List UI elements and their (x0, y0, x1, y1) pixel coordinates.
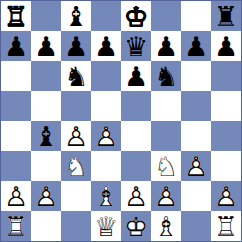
square-b7[interactable]: ♟ (31, 31, 61, 61)
square-a5[interactable] (1, 91, 31, 121)
square-d5[interactable] (91, 91, 121, 121)
piece-black-knight[interactable]: ♞ (151, 61, 181, 91)
square-f8[interactable] (151, 1, 181, 31)
square-c2[interactable] (61, 181, 91, 211)
square-b4[interactable]: ♝ (31, 121, 61, 151)
piece-glyph: ♟ (184, 33, 208, 60)
square-a7[interactable]: ♟ (1, 31, 31, 61)
piece-white-pawn[interactable]: ♟♙ (91, 121, 121, 151)
piece-outline-layer: ♙ (34, 183, 58, 210)
square-c4[interactable]: ♟♙ (61, 121, 91, 151)
square-a3[interactable] (1, 151, 31, 181)
square-f6[interactable]: ♞ (151, 61, 181, 91)
piece-outline-layer: ♘ (64, 153, 88, 180)
square-e8[interactable]: ♚♔ (121, 1, 151, 31)
piece-outline-layer: ♖ (4, 213, 28, 240)
square-g2[interactable] (181, 181, 211, 211)
square-f7[interactable]: ♟ (151, 31, 181, 61)
piece-outline-layer: ♙ (124, 183, 148, 210)
square-b8[interactable] (31, 1, 61, 31)
piece-white-bishop[interactable]: ♝♗ (151, 211, 181, 241)
square-b6[interactable] (31, 61, 61, 91)
piece-outline-layer: ♔ (124, 3, 148, 30)
square-f2[interactable]: ♟♙ (151, 181, 181, 211)
square-c8[interactable]: ♝ (61, 1, 91, 31)
piece-white-pawn[interactable]: ♟♙ (31, 181, 61, 211)
square-h6[interactable] (211, 61, 241, 91)
square-a6[interactable] (1, 61, 31, 91)
piece-white-pawn[interactable]: ♟♙ (151, 181, 181, 211)
piece-white-bishop[interactable]: ♝♗ (91, 181, 121, 211)
square-e5[interactable] (121, 91, 151, 121)
square-e7[interactable]: ♛ (121, 31, 151, 61)
square-g6[interactable] (181, 61, 211, 91)
square-h5[interactable] (211, 91, 241, 121)
piece-black-pawn[interactable]: ♟ (91, 31, 121, 61)
square-b2[interactable]: ♟♙ (31, 181, 61, 211)
piece-white-pawn[interactable]: ♟♙ (1, 181, 31, 211)
piece-glyph: ♞ (154, 63, 178, 90)
square-g8[interactable] (181, 1, 211, 31)
piece-outline-layer: ♖ (4, 3, 28, 30)
square-c5[interactable] (61, 91, 91, 121)
square-g1[interactable] (181, 211, 211, 241)
piece-white-rook[interactable]: ♜♖ (211, 211, 241, 241)
square-h8[interactable]: ♜ (211, 1, 241, 31)
square-b3[interactable] (31, 151, 61, 181)
square-g4[interactable] (181, 121, 211, 151)
square-e4[interactable] (121, 121, 151, 151)
piece-black-pawn[interactable]: ♟ (181, 31, 211, 61)
piece-glyph: ♝ (64, 3, 88, 30)
square-h7[interactable]: ♟ (211, 31, 241, 61)
piece-outline-layer: ♙ (64, 123, 88, 150)
piece-black-king[interactable]: ♚♔ (121, 1, 151, 31)
piece-black-pawn[interactable]: ♟ (211, 31, 241, 61)
square-c1[interactable] (61, 211, 91, 241)
piece-glyph: ♟ (214, 33, 238, 60)
piece-glyph: ♟ (94, 33, 118, 60)
square-g7[interactable]: ♟ (181, 31, 211, 61)
piece-glyph: ♛ (124, 33, 148, 60)
piece-black-queen[interactable]: ♛ (121, 31, 151, 61)
square-b5[interactable] (31, 91, 61, 121)
piece-white-king[interactable]: ♚♔ (121, 211, 151, 241)
piece-outline-layer: ♙ (4, 183, 28, 210)
square-c3[interactable]: ♞♘ (61, 151, 91, 181)
piece-glyph: ♟ (124, 63, 148, 90)
chess-board: ♜♖♝♚♔♜♟♟♟♟♛♟♟♟♞♟♞♝♟♙♟♙♞♘♞♘♟♙♟♙♟♙♝♗♟♙♟♙♟♙… (0, 0, 242, 242)
piece-glyph: ♜ (214, 3, 238, 30)
piece-black-pawn[interactable]: ♟ (31, 31, 61, 61)
square-e2[interactable]: ♟♙ (121, 181, 151, 211)
piece-glyph: ♟ (64, 33, 88, 60)
square-h2[interactable]: ♟♙ (211, 181, 241, 211)
piece-white-queen[interactable]: ♛♕ (91, 211, 121, 241)
square-c6[interactable]: ♞ (61, 61, 91, 91)
square-e1[interactable]: ♚♔ (121, 211, 151, 241)
piece-white-knight[interactable]: ♞♘ (151, 151, 181, 181)
piece-outline-layer: ♘ (154, 153, 178, 180)
square-d4[interactable]: ♟♙ (91, 121, 121, 151)
square-h4[interactable] (211, 121, 241, 151)
square-f3[interactable]: ♞♘ (151, 151, 181, 181)
square-d6[interactable] (91, 61, 121, 91)
piece-outline-layer: ♙ (154, 183, 178, 210)
square-b1[interactable] (31, 211, 61, 241)
piece-outline-layer: ♙ (184, 153, 208, 180)
square-d8[interactable] (91, 1, 121, 31)
piece-black-pawn[interactable]: ♟ (61, 31, 91, 61)
square-a2[interactable]: ♟♙ (1, 181, 31, 211)
piece-black-knight[interactable]: ♞ (61, 61, 91, 91)
piece-white-pawn[interactable]: ♟♙ (181, 151, 211, 181)
piece-white-pawn[interactable]: ♟♙ (121, 181, 151, 211)
piece-black-pawn[interactable]: ♟ (121, 61, 151, 91)
square-g5[interactable] (181, 91, 211, 121)
square-f4[interactable] (151, 121, 181, 151)
piece-glyph: ♟ (4, 33, 28, 60)
square-a8[interactable]: ♜♖ (1, 1, 31, 31)
piece-white-knight[interactable]: ♞♘ (61, 151, 91, 181)
piece-black-bishop[interactable]: ♝ (31, 121, 61, 151)
piece-outline-layer: ♖ (214, 213, 238, 240)
piece-black-pawn[interactable]: ♟ (151, 31, 181, 61)
piece-glyph: ♝ (34, 123, 58, 150)
piece-black-rook[interactable]: ♜♖ (1, 1, 31, 31)
square-h3[interactable] (211, 151, 241, 181)
piece-white-pawn[interactable]: ♟♙ (61, 121, 91, 151)
piece-black-pawn[interactable]: ♟ (1, 31, 31, 61)
square-e3[interactable] (121, 151, 151, 181)
square-a4[interactable] (1, 121, 31, 151)
square-f5[interactable] (151, 91, 181, 121)
square-d7[interactable]: ♟ (91, 31, 121, 61)
piece-glyph: ♟ (34, 33, 58, 60)
square-a1[interactable]: ♜♖ (1, 211, 31, 241)
piece-outline-layer: ♗ (154, 213, 178, 240)
square-d1[interactable]: ♛♕ (91, 211, 121, 241)
square-h1[interactable]: ♜♖ (211, 211, 241, 241)
square-e6[interactable]: ♟ (121, 61, 151, 91)
piece-black-rook[interactable]: ♜ (211, 1, 241, 31)
piece-white-rook[interactable]: ♜♖ (1, 211, 31, 241)
square-c7[interactable]: ♟ (61, 31, 91, 61)
square-g3[interactable]: ♟♙ (181, 151, 211, 181)
piece-outline-layer: ♔ (124, 213, 148, 240)
piece-black-bishop[interactable]: ♝ (61, 1, 91, 31)
piece-outline-layer: ♕ (94, 213, 118, 240)
piece-glyph: ♟ (154, 33, 178, 60)
piece-outline-layer: ♙ (214, 183, 238, 210)
square-d3[interactable] (91, 151, 121, 181)
square-f1[interactable]: ♝♗ (151, 211, 181, 241)
square-d2[interactable]: ♝♗ (91, 181, 121, 211)
piece-outline-layer: ♙ (94, 123, 118, 150)
piece-glyph: ♞ (64, 63, 88, 90)
piece-outline-layer: ♗ (94, 183, 118, 210)
piece-white-pawn[interactable]: ♟♙ (211, 181, 241, 211)
